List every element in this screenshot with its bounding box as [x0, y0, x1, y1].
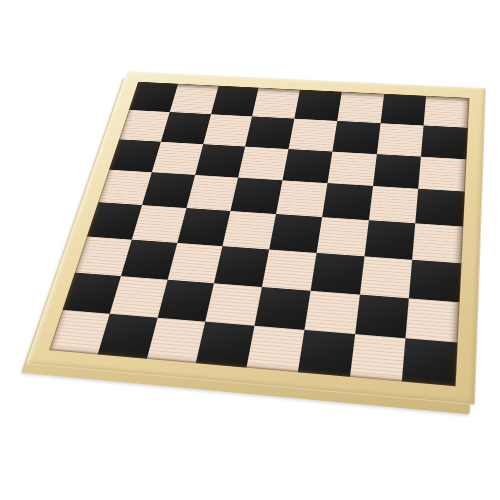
board-square[interactable] — [355, 294, 410, 338]
board-square[interactable] — [246, 326, 304, 372]
board-square[interactable] — [409, 260, 461, 302]
board-square[interactable] — [211, 86, 259, 117]
board-square[interactable] — [416, 189, 465, 227]
board-square[interactable] — [203, 114, 252, 146]
board-square[interactable] — [327, 151, 376, 186]
board-square[interactable] — [337, 92, 384, 123]
board-square[interactable] — [332, 121, 380, 154]
board-square[interactable] — [421, 125, 468, 159]
board-square[interactable] — [424, 96, 470, 128]
board-square[interactable] — [380, 94, 426, 126]
checkerboard — [26, 71, 486, 405]
board-square[interactable] — [316, 217, 368, 256]
board-square[interactable] — [402, 339, 458, 387]
board-square[interactable] — [310, 253, 364, 294]
board-square[interactable] — [282, 149, 332, 184]
board-square[interactable] — [289, 118, 337, 151]
board-square[interactable] — [418, 156, 466, 192]
product-photo-background — [0, 0, 500, 500]
board-square[interactable] — [373, 154, 422, 189]
board-square[interactable] — [214, 246, 269, 287]
board-square[interactable] — [205, 283, 262, 326]
board-square[interactable] — [304, 290, 359, 334]
board-square[interactable] — [368, 186, 418, 223]
board-square[interactable] — [269, 214, 322, 253]
board-square[interactable] — [186, 175, 238, 211]
board-square[interactable] — [276, 181, 327, 218]
board-square[interactable] — [238, 146, 288, 180]
board-square[interactable] — [412, 223, 463, 263]
board-square[interactable] — [376, 123, 423, 156]
board-square[interactable] — [349, 334, 405, 381]
board-square[interactable] — [245, 116, 294, 148]
board-square[interactable] — [254, 287, 310, 331]
board-square[interactable] — [195, 144, 246, 178]
board-square[interactable] — [359, 256, 412, 298]
board-square[interactable] — [364, 220, 415, 259]
board-square[interactable] — [406, 298, 460, 343]
board-square[interactable] — [322, 183, 373, 220]
board-square[interactable] — [252, 88, 300, 119]
board-square[interactable] — [177, 208, 231, 246]
board-square[interactable] — [231, 178, 283, 214]
board-grid — [49, 82, 469, 387]
board-square[interactable] — [294, 90, 341, 121]
board-square[interactable] — [196, 322, 254, 368]
board-square[interactable] — [167, 243, 222, 283]
board-square[interactable] — [223, 211, 276, 249]
board-square[interactable] — [298, 330, 355, 377]
board-square[interactable] — [262, 249, 316, 290]
